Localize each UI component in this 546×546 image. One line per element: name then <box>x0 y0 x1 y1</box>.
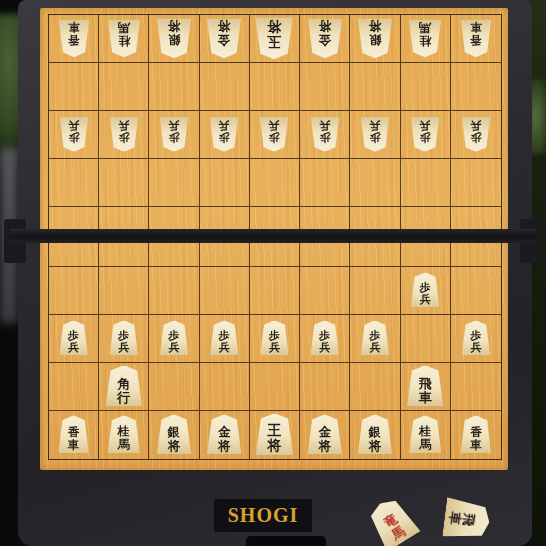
piece-sente-P[interactable]: 歩兵 <box>210 320 239 355</box>
frame-latch[interactable] <box>246 536 326 546</box>
board-cell[interactable]: 銀将 <box>350 15 400 63</box>
board-cell[interactable] <box>200 159 250 207</box>
piece-gote-P[interactable]: 歩兵 <box>160 116 189 151</box>
piece-sente-S[interactable]: 銀将 <box>357 414 392 454</box>
piece-gote-P[interactable]: 歩兵 <box>59 116 88 151</box>
piece-sente-B[interactable]: 角行 <box>105 365 142 406</box>
logo-plate: SHOGI <box>214 499 312 532</box>
board-cell[interactable] <box>99 159 149 207</box>
board-cell[interactable] <box>451 363 501 411</box>
piece-sente-N[interactable]: 桂馬 <box>409 415 442 453</box>
board-cell[interactable] <box>49 267 99 315</box>
board-cell[interactable]: 歩兵 <box>350 315 400 363</box>
piece-sente-K[interactable]: 王将 <box>255 413 293 455</box>
board-cell[interactable]: 金将 <box>200 15 250 63</box>
piece-sente-P[interactable]: 歩兵 <box>360 320 389 355</box>
piece-gote-P[interactable]: 歩兵 <box>310 116 339 151</box>
board-cell[interactable] <box>300 267 350 315</box>
board-cell[interactable] <box>49 159 99 207</box>
board-cell[interactable] <box>401 159 451 207</box>
board-cell[interactable] <box>49 63 99 111</box>
piece-sente-S[interactable]: 銀将 <box>157 414 192 454</box>
board-cell[interactable] <box>200 63 250 111</box>
board-cell[interactable] <box>49 363 99 411</box>
board-cell[interactable] <box>200 267 250 315</box>
piece-sente-P[interactable]: 歩兵 <box>59 320 88 355</box>
board-cell[interactable] <box>300 159 350 207</box>
logo-text: SHOGI <box>228 504 299 527</box>
piece-gote-P[interactable]: 歩兵 <box>461 116 490 151</box>
board-cell[interactable]: 歩兵 <box>451 111 501 159</box>
board-cell[interactable]: 歩兵 <box>49 111 99 159</box>
piece-sente-N[interactable]: 桂馬 <box>107 415 140 453</box>
photo-background: 香車桂馬銀将金将玉将金将銀将桂馬香車歩兵歩兵歩兵歩兵歩兵歩兵歩兵歩兵歩兵歩兵歩兵… <box>0 0 546 546</box>
board-cell[interactable]: 歩兵 <box>99 315 149 363</box>
piece-gote-S[interactable]: 銀将 <box>157 18 192 58</box>
piece-gote-N[interactable]: 桂馬 <box>107 19 140 57</box>
board-cell[interactable] <box>99 267 149 315</box>
piece-sente-P[interactable]: 歩兵 <box>160 320 189 355</box>
piece-sente-G[interactable]: 金将 <box>207 414 242 454</box>
board-cell[interactable] <box>300 363 350 411</box>
board-cell[interactable] <box>350 159 400 207</box>
board-cell[interactable]: 銀将 <box>350 411 400 459</box>
piece-sente-L[interactable]: 香車 <box>460 415 491 453</box>
board-cell[interactable]: 王将 <box>250 411 300 459</box>
board-cell[interactable] <box>250 363 300 411</box>
board-cell[interactable]: 角行 <box>99 363 149 411</box>
board-cell[interactable]: 歩兵 <box>149 315 199 363</box>
piece-gote-G[interactable]: 金将 <box>207 18 242 58</box>
board-cell[interactable]: 香車 <box>49 411 99 459</box>
piece-sente-P[interactable]: 歩兵 <box>411 272 440 307</box>
piece-gote-P[interactable]: 歩兵 <box>109 116 138 151</box>
piece-gote-P[interactable]: 歩兵 <box>360 116 389 151</box>
board-cell[interactable] <box>451 159 501 207</box>
board-cell[interactable]: 歩兵 <box>451 315 501 363</box>
board-cell[interactable]: 桂馬 <box>99 411 149 459</box>
board-cell[interactable]: 歩兵 <box>200 315 250 363</box>
board-cell[interactable] <box>250 267 300 315</box>
board-cell[interactable]: 歩兵 <box>149 111 199 159</box>
piece-gote-L[interactable]: 香車 <box>58 19 89 57</box>
board-cell[interactable] <box>451 63 501 111</box>
board-cell[interactable] <box>451 267 501 315</box>
fold-hinge <box>10 229 536 243</box>
piece-gote-N[interactable]: 桂馬 <box>409 19 442 57</box>
board-cell[interactable]: 玉将 <box>250 15 300 63</box>
piece-sente-P[interactable]: 歩兵 <box>260 320 289 355</box>
board-cell[interactable] <box>149 267 199 315</box>
board-cell[interactable]: 歩兵 <box>401 111 451 159</box>
board-cell[interactable] <box>149 159 199 207</box>
board-cell[interactable]: 歩兵 <box>250 111 300 159</box>
board-cell[interactable]: 歩兵 <box>250 315 300 363</box>
board-cell[interactable]: 歩兵 <box>300 111 350 159</box>
board-cell[interactable]: 歩兵 <box>200 111 250 159</box>
board-cell[interactable]: 桂馬 <box>401 15 451 63</box>
board-cell[interactable] <box>350 63 400 111</box>
board-cell[interactable]: 金将 <box>200 411 250 459</box>
piece-sente-P[interactable]: 歩兵 <box>461 320 490 355</box>
board-cell[interactable] <box>99 63 149 111</box>
board-cell[interactable]: 金将 <box>300 15 350 63</box>
board-cell[interactable]: 歩兵 <box>401 267 451 315</box>
board-cell[interactable]: 歩兵 <box>300 315 350 363</box>
board-cell[interactable]: 歩兵 <box>49 315 99 363</box>
board-cell[interactable]: 桂馬 <box>401 411 451 459</box>
piece-gote-L[interactable]: 香車 <box>460 19 491 57</box>
piece-gote-G[interactable]: 金将 <box>307 18 342 58</box>
piece-gote-P[interactable]: 歩兵 <box>411 116 440 151</box>
board-cell[interactable] <box>350 267 400 315</box>
piece-sente-G[interactable]: 金将 <box>307 414 342 454</box>
board-cell[interactable]: 桂馬 <box>99 15 149 63</box>
board-cell[interactable]: 銀将 <box>149 15 199 63</box>
board-cell[interactable] <box>250 63 300 111</box>
piece-gote-P[interactable]: 歩兵 <box>210 116 239 151</box>
piece-sente-L[interactable]: 香車 <box>58 415 89 453</box>
board-cell[interactable]: 香車 <box>49 15 99 63</box>
board-cell[interactable] <box>401 63 451 111</box>
board-cell[interactable] <box>149 63 199 111</box>
piece-sente-R[interactable]: 飛車 <box>407 365 444 406</box>
board-cell[interactable] <box>300 63 350 111</box>
piece-gote-K[interactable]: 玉将 <box>255 17 293 59</box>
piece-sente-P[interactable]: 歩兵 <box>310 320 339 355</box>
board-cell[interactable]: 香車 <box>451 411 501 459</box>
board-cell[interactable]: 飛車 <box>401 363 451 411</box>
piece-gote-P[interactable]: 歩兵 <box>260 116 289 151</box>
board-cell[interactable]: 香車 <box>451 15 501 63</box>
board-cell[interactable] <box>350 363 400 411</box>
board-frame: 香車桂馬銀将金将玉将金将銀将桂馬香車歩兵歩兵歩兵歩兵歩兵歩兵歩兵歩兵歩兵歩兵歩兵… <box>18 0 532 546</box>
piece-sente-P[interactable]: 歩兵 <box>109 320 138 355</box>
board-cell[interactable] <box>401 315 451 363</box>
board-cell[interactable]: 銀将 <box>149 411 199 459</box>
board-cell[interactable] <box>250 159 300 207</box>
board-cell[interactable]: 金将 <box>300 411 350 459</box>
board-cell[interactable] <box>200 363 250 411</box>
board-cell[interactable] <box>149 363 199 411</box>
board-cell[interactable]: 歩兵 <box>350 111 400 159</box>
board-cell[interactable]: 歩兵 <box>99 111 149 159</box>
piece-gote-S[interactable]: 銀将 <box>357 18 392 58</box>
